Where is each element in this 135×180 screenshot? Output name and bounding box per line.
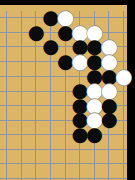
intersection-7-9[interactable] — [102, 142, 117, 157]
intersection-6-8[interactable]: ● — [87, 127, 102, 142]
intersection-5-11[interactable] — [73, 171, 88, 180]
intersection-1-3[interactable] — [14, 54, 29, 69]
intersection-3-0[interactable]: ● — [43, 11, 58, 26]
intersection-3-10[interactable] — [43, 157, 58, 172]
intersection-0-4[interactable] — [0, 69, 14, 84]
intersection-4-3[interactable]: ● — [58, 54, 73, 69]
intersection-3-11[interactable] — [43, 171, 58, 180]
go-board-grid: ●●●●●●●●●●●●●●●●●●●●●●●●●●●● — [0, 11, 131, 180]
intersection-0-9[interactable] — [0, 142, 14, 157]
intersection-4-6[interactable] — [58, 98, 73, 113]
intersection-0-0[interactable] — [0, 11, 14, 26]
white-stone[interactable]: ● — [115, 67, 132, 87]
intersection-0-1[interactable] — [0, 25, 14, 40]
intersection-0-10[interactable] — [0, 157, 14, 172]
intersection-2-3[interactable] — [29, 54, 44, 69]
intersection-7-7[interactable]: ● — [102, 113, 117, 128]
intersection-5-8[interactable]: ● — [73, 127, 88, 142]
intersection-1-9[interactable] — [14, 142, 29, 157]
intersection-2-9[interactable] — [29, 142, 44, 157]
intersection-4-10[interactable] — [58, 157, 73, 172]
intersection-3-9[interactable] — [43, 142, 58, 157]
intersection-3-7[interactable] — [43, 113, 58, 128]
black-stone[interactable]: ● — [86, 125, 103, 145]
intersection-2-1[interactable]: ● — [29, 25, 44, 40]
intersection-1-7[interactable] — [14, 113, 29, 128]
intersection-2-4[interactable] — [29, 69, 44, 84]
intersection-7-0[interactable] — [102, 11, 117, 26]
intersection-6-10[interactable] — [87, 157, 102, 172]
go-app-screenshot: ●●●●●●●●●●●●●●●●●●●●●●●●●●●● — [0, 0, 135, 180]
board-right-edge-band — [127, 0, 135, 180]
intersection-1-4[interactable] — [14, 69, 29, 84]
intersection-0-3[interactable] — [0, 54, 14, 69]
board-top-edge-band — [0, 0, 135, 5]
intersection-1-11[interactable] — [14, 171, 29, 180]
intersection-0-6[interactable] — [0, 98, 14, 113]
intersection-3-8[interactable] — [43, 127, 58, 142]
intersection-1-8[interactable] — [14, 127, 29, 142]
intersection-3-4[interactable] — [43, 69, 58, 84]
intersection-3-6[interactable] — [43, 98, 58, 113]
intersection-4-9[interactable] — [58, 142, 73, 157]
go-board: ●●●●●●●●●●●●●●●●●●●●●●●●●●●● — [0, 0, 135, 180]
intersection-4-8[interactable] — [58, 127, 73, 142]
intersection-0-7[interactable] — [0, 113, 14, 128]
intersection-0-5[interactable] — [0, 84, 14, 99]
intersection-3-5[interactable] — [43, 84, 58, 99]
intersection-0-2[interactable] — [0, 40, 14, 55]
intersection-4-1[interactable]: ● — [58, 25, 73, 40]
intersection-1-1[interactable] — [14, 25, 29, 40]
intersection-1-0[interactable] — [14, 11, 29, 26]
intersection-0-11[interactable] — [0, 171, 14, 180]
intersection-8-4[interactable]: ● — [116, 69, 131, 84]
intersection-7-11[interactable] — [102, 171, 117, 180]
intersection-1-6[interactable] — [14, 98, 29, 113]
intersection-0-8[interactable] — [0, 127, 14, 142]
intersection-1-2[interactable] — [14, 40, 29, 55]
intersection-2-11[interactable] — [29, 171, 44, 180]
intersection-4-5[interactable] — [58, 84, 73, 99]
intersection-6-11[interactable] — [87, 171, 102, 180]
intersection-4-7[interactable] — [58, 113, 73, 128]
intersection-1-10[interactable] — [14, 157, 29, 172]
intersection-2-8[interactable] — [29, 127, 44, 142]
black-stone[interactable]: ● — [101, 110, 118, 130]
intersection-7-10[interactable] — [102, 157, 117, 172]
intersection-2-5[interactable] — [29, 84, 44, 99]
intersection-2-10[interactable] — [29, 157, 44, 172]
intersection-3-2[interactable]: ● — [43, 40, 58, 55]
intersection-4-11[interactable] — [58, 171, 73, 180]
intersection-2-7[interactable] — [29, 113, 44, 128]
intersection-5-10[interactable] — [73, 157, 88, 172]
intersection-1-5[interactable] — [14, 84, 29, 99]
intersection-5-3[interactable]: ● — [73, 54, 88, 69]
intersection-2-6[interactable] — [29, 98, 44, 113]
